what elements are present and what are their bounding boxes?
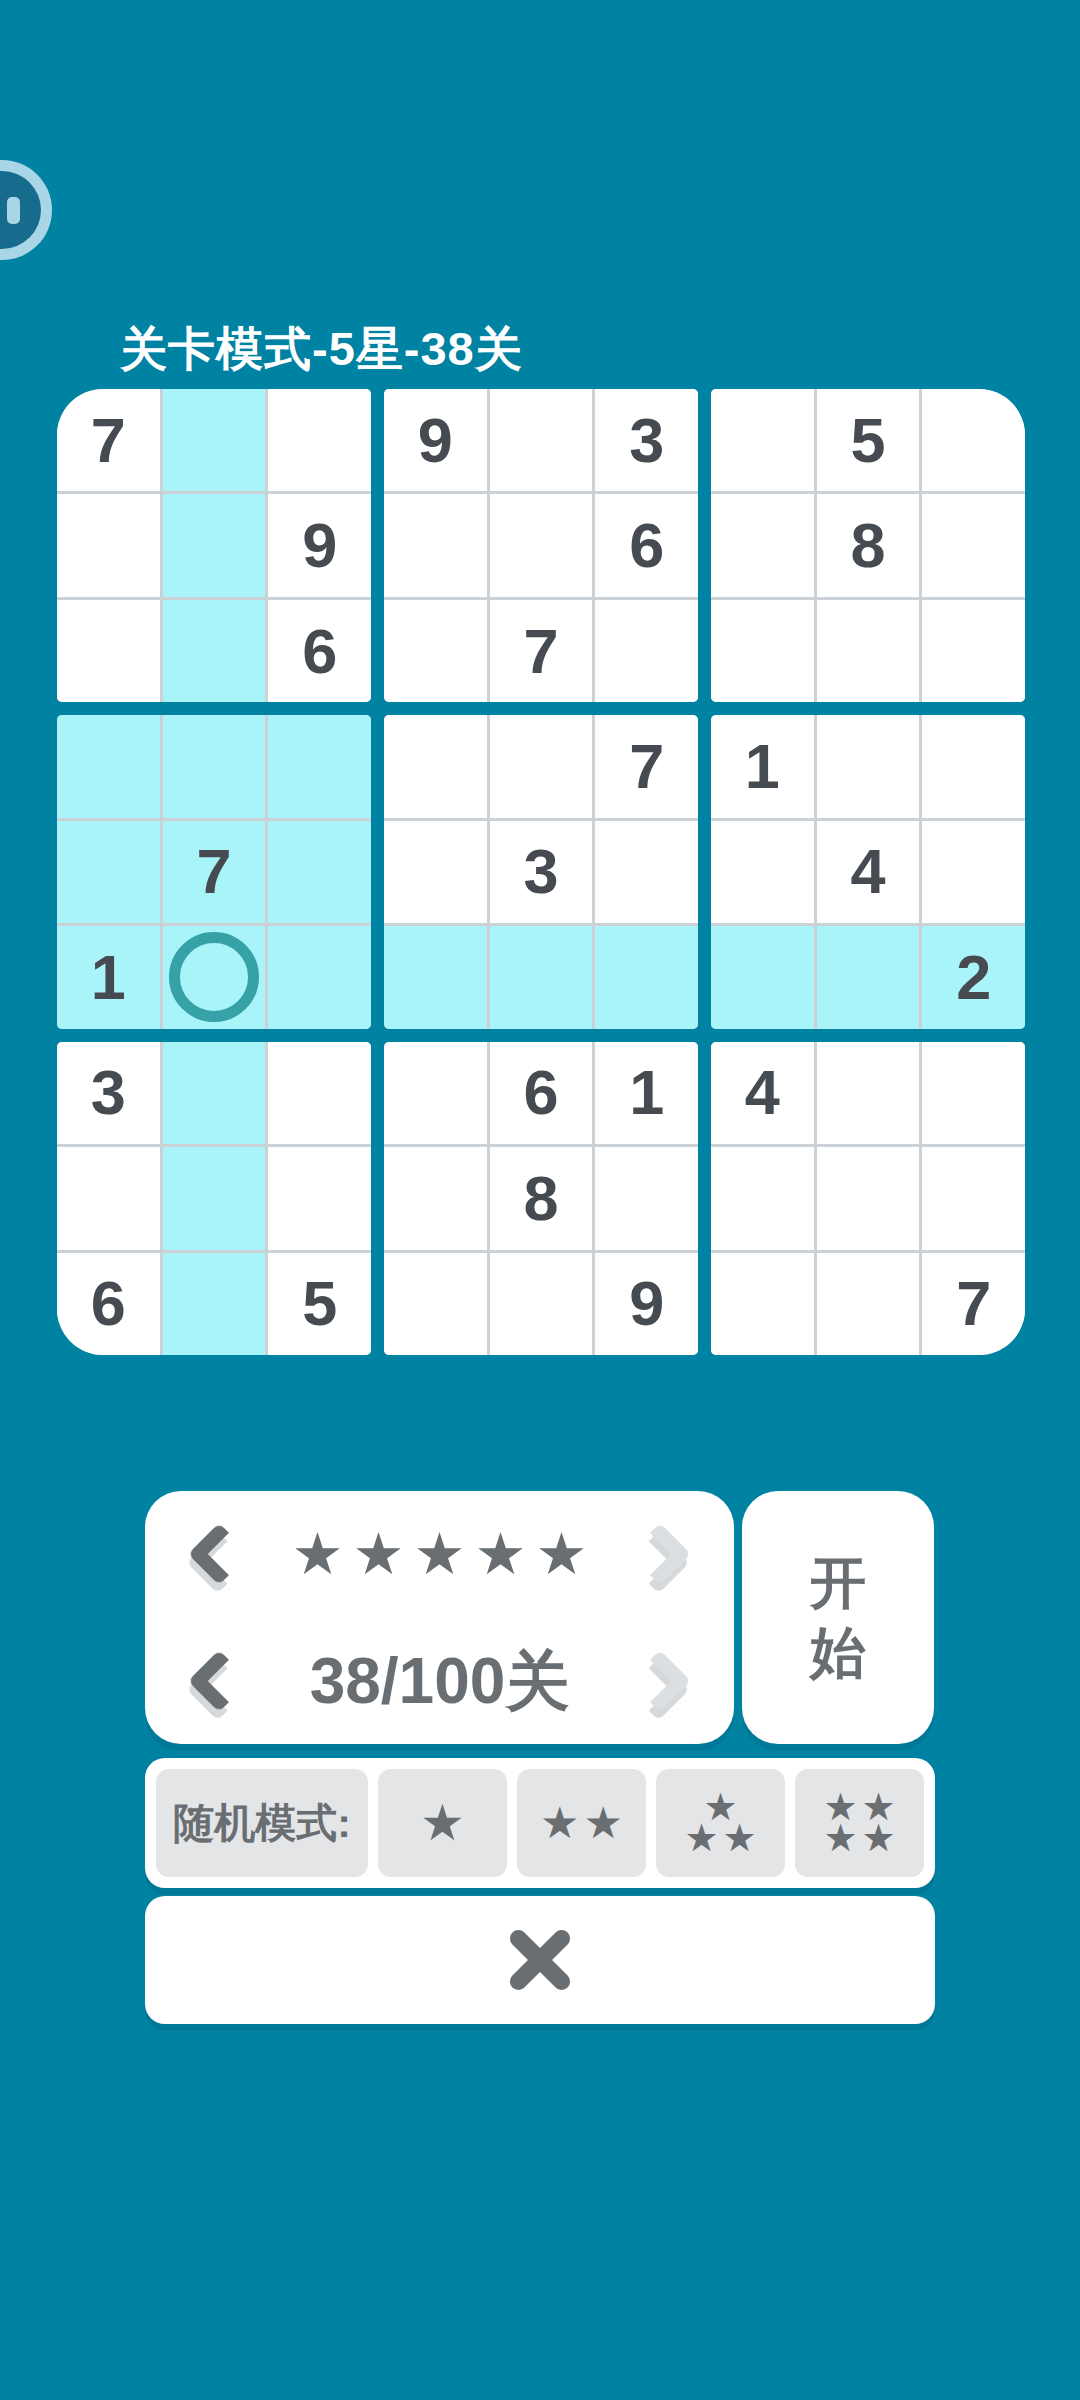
sudoku-block: 796: [57, 389, 371, 702]
star-row: ★★: [819, 1823, 899, 1854]
sudoku-cell-r1c6[interactable]: 3: [595, 389, 698, 491]
difficulty-selector-row: ★★★★★: [145, 1491, 734, 1618]
cell-digit: 7: [196, 840, 231, 903]
sudoku-cell-r4c2[interactable]: [163, 715, 266, 817]
sudoku-cell-r1c4[interactable]: 9: [384, 389, 487, 491]
difficulty-stars: ★★★★★: [283, 1525, 597, 1583]
sudoku-cell-r3c9[interactable]: [922, 600, 1025, 702]
star-row: ★★: [680, 1823, 760, 1854]
sudoku-cell-r8c1[interactable]: [57, 1147, 160, 1249]
sudoku-cell-r1c2[interactable]: [163, 389, 266, 491]
random-mode-option-2-star[interactable]: ★★: [517, 1769, 646, 1877]
cell-digit: 9: [418, 409, 453, 472]
sudoku-cell-r8c2[interactable]: [163, 1147, 266, 1249]
sudoku-cell-r9c3[interactable]: 5: [268, 1253, 371, 1355]
sudoku-cell-r4c7[interactable]: 1: [711, 715, 814, 817]
random-mode-option-1-star[interactable]: ★: [378, 1769, 507, 1877]
sudoku-cell-r6c4[interactable]: [384, 926, 487, 1028]
random-mode-option-3-star[interactable]: ★★★: [656, 1769, 785, 1877]
random-mode-label: 随机模式:: [156, 1769, 368, 1877]
sudoku-cell-r9c5[interactable]: [490, 1253, 593, 1355]
sudoku-cell-r6c5[interactable]: [490, 926, 593, 1028]
corner-badge-button[interactable]: [0, 160, 52, 260]
sudoku-cell-r3c7[interactable]: [711, 600, 814, 702]
sudoku-cell-r6c3[interactable]: [268, 926, 371, 1028]
close-button[interactable]: [145, 1896, 935, 2024]
sudoku-cell-r6c8[interactable]: [817, 926, 920, 1028]
sudoku-cell-r3c1[interactable]: [57, 600, 160, 702]
sudoku-cell-r1c7[interactable]: [711, 389, 814, 491]
sudoku-cell-r7c9[interactable]: [922, 1042, 1025, 1144]
sudoku-cell-r4c4[interactable]: [384, 715, 487, 817]
cell-digit: 7: [956, 1272, 991, 1335]
sudoku-cell-r2c9[interactable]: [922, 494, 1025, 596]
sudoku-cell-r7c6[interactable]: 1: [595, 1042, 698, 1144]
sudoku-block: 71: [57, 715, 371, 1028]
selector-panel: ★★★★★ 38/100关: [145, 1491, 734, 1744]
sudoku-cell-r5c6[interactable]: [595, 821, 698, 923]
cell-digit: 6: [302, 620, 337, 683]
sudoku-cell-r3c5[interactable]: 7: [490, 600, 593, 702]
difficulty-prev-button[interactable]: [188, 1523, 250, 1585]
sudoku-cell-r9c6[interactable]: 9: [595, 1253, 698, 1355]
sudoku-cell-r3c8[interactable]: [817, 600, 920, 702]
sudoku-cell-r6c7[interactable]: [711, 926, 814, 1028]
cell-digit: 8: [523, 1167, 558, 1230]
sudoku-cell-r7c5[interactable]: 6: [490, 1042, 593, 1144]
sudoku-board: 7969367587173142365618947: [57, 389, 1025, 1355]
cell-digit: 9: [302, 514, 337, 577]
difficulty-next-button[interactable]: [629, 1523, 691, 1585]
sudoku-cell-r5c4[interactable]: [384, 821, 487, 923]
sudoku-cell-r3c6[interactable]: [595, 600, 698, 702]
sudoku-cell-r4c9[interactable]: [922, 715, 1025, 817]
sudoku-cell-selected[interactable]: [163, 926, 266, 1028]
sudoku-cell-r5c9[interactable]: [922, 821, 1025, 923]
sudoku-cell-r7c1[interactable]: 3: [57, 1042, 160, 1144]
cell-digit: 3: [91, 1061, 126, 1124]
sudoku-cell-r2c1[interactable]: [57, 494, 160, 596]
sudoku-cell-r4c5[interactable]: [490, 715, 593, 817]
level-prev-button[interactable]: [188, 1650, 250, 1712]
sudoku-cell-r3c2[interactable]: [163, 600, 266, 702]
sudoku-cell-r4c6[interactable]: 7: [595, 715, 698, 817]
random-mode-bar: 随机模式: ★★★★★★★★★★: [145, 1758, 935, 1888]
sudoku-cell-r2c6[interactable]: 6: [595, 494, 698, 596]
sudoku-cell-r7c4[interactable]: [384, 1042, 487, 1144]
start-button[interactable]: 开始: [742, 1491, 934, 1744]
pause-icon: [0, 171, 41, 249]
level-display: 38/100关: [310, 1649, 570, 1713]
sudoku-cell-r4c3[interactable]: [268, 715, 371, 817]
sudoku-cell-r2c5[interactable]: [490, 494, 593, 596]
cell-digit: 7: [91, 409, 126, 472]
sudoku-cell-r1c9[interactable]: [922, 389, 1025, 491]
sudoku-block: 58: [711, 389, 1025, 702]
sudoku-cell-r5c5[interactable]: 3: [490, 821, 593, 923]
sudoku-cell-r7c2[interactable]: [163, 1042, 266, 1144]
sudoku-cell-r7c8[interactable]: [817, 1042, 920, 1144]
sudoku-cell-r1c3[interactable]: [268, 389, 371, 491]
sudoku-cell-r8c9[interactable]: [922, 1147, 1025, 1249]
cell-digit: 5: [302, 1272, 337, 1335]
sudoku-cell-r5c2[interactable]: 7: [163, 821, 266, 923]
sudoku-cell-r5c1[interactable]: [57, 821, 160, 923]
cell-digit: 2: [956, 946, 991, 1009]
sudoku-cell-r7c7[interactable]: 4: [711, 1042, 814, 1144]
sudoku-cell-r5c3[interactable]: [268, 821, 371, 923]
start-button-char: 始: [810, 1625, 866, 1681]
cell-digit: 5: [850, 409, 885, 472]
sudoku-block: 142: [711, 715, 1025, 1028]
sudoku-block: 6189: [384, 1042, 698, 1355]
sudoku-cell-r9c7[interactable]: [711, 1253, 814, 1355]
sudoku-cell-r3c3[interactable]: 6: [268, 600, 371, 702]
sudoku-cell-r8c5[interactable]: 8: [490, 1147, 593, 1249]
level-selector-row: 38/100关: [145, 1618, 734, 1745]
star-row: ★: [416, 1803, 469, 1844]
cell-digit: 6: [91, 1272, 126, 1335]
sudoku-cell-r5c8[interactable]: 4: [817, 821, 920, 923]
close-icon: [508, 1928, 572, 1992]
star-row: ★★: [536, 1805, 627, 1841]
page-title: 关卡模式-5星-38关: [120, 318, 523, 381]
sudoku-cell-r2c3[interactable]: 9: [268, 494, 371, 596]
sudoku-block: 47: [711, 1042, 1025, 1355]
sudoku-cell-r2c8[interactable]: 8: [817, 494, 920, 596]
sudoku-cell-r6c1[interactable]: 1: [57, 926, 160, 1028]
cell-digit: 9: [629, 1272, 664, 1335]
cell-digit: 6: [523, 1061, 558, 1124]
sudoku-cell-r2c4[interactable]: [384, 494, 487, 596]
sudoku-cell-r3c4[interactable]: [384, 600, 487, 702]
cell-digit: 7: [523, 620, 558, 683]
sudoku-cell-r1c8[interactable]: 5: [817, 389, 920, 491]
selection-ring: [169, 932, 259, 1022]
sudoku-cell-r1c1[interactable]: 7: [57, 389, 160, 491]
sudoku-cell-r6c6[interactable]: [595, 926, 698, 1028]
sudoku-cell-r4c8[interactable]: [817, 715, 920, 817]
sudoku-cell-r2c2[interactable]: [163, 494, 266, 596]
cell-digit: 4: [745, 1061, 780, 1124]
cell-digit: 1: [91, 946, 126, 1009]
sudoku-cell-r1c5[interactable]: [490, 389, 593, 491]
sudoku-block: 365: [57, 1042, 371, 1355]
sudoku-cell-r9c9[interactable]: 7: [922, 1253, 1025, 1355]
sudoku-block: 73: [384, 715, 698, 1028]
cell-digit: 1: [745, 735, 780, 798]
cell-digit: 8: [850, 514, 885, 577]
sudoku-cell-r2c7[interactable]: [711, 494, 814, 596]
sudoku-cell-r8c8[interactable]: [817, 1147, 920, 1249]
cell-digit: 3: [523, 840, 558, 903]
sudoku-cell-r9c1[interactable]: 6: [57, 1253, 160, 1355]
sudoku-cell-r8c4[interactable]: [384, 1147, 487, 1249]
sudoku-cell-r8c7[interactable]: [711, 1147, 814, 1249]
cell-digit: 6: [629, 514, 664, 577]
random-mode-option-4-star[interactable]: ★★★★: [795, 1769, 924, 1877]
sudoku-cell-r5c7[interactable]: [711, 821, 814, 923]
sudoku-cell-r7c3[interactable]: [268, 1042, 371, 1144]
sudoku-cell-r9c4[interactable]: [384, 1253, 487, 1355]
sudoku-cell-r9c2[interactable]: [163, 1253, 266, 1355]
cell-digit: 1: [629, 1061, 664, 1124]
sudoku-block: 9367: [384, 389, 698, 702]
sudoku-cell-r6c9[interactable]: 2: [922, 926, 1025, 1028]
sudoku-cell-r8c3[interactable]: [268, 1147, 371, 1249]
sudoku-cell-r9c8[interactable]: [817, 1253, 920, 1355]
sudoku-cell-r4c1[interactable]: [57, 715, 160, 817]
level-next-button[interactable]: [629, 1650, 691, 1712]
cell-digit: 4: [850, 840, 885, 903]
sudoku-cell-r8c6[interactable]: [595, 1147, 698, 1249]
start-button-char: 开: [810, 1555, 866, 1611]
cell-digit: 3: [629, 409, 664, 472]
cell-digit: 7: [629, 735, 664, 798]
